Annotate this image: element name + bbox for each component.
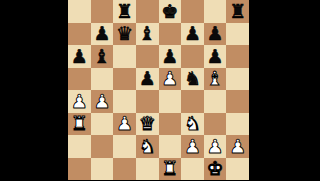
square-f1[interactable] xyxy=(181,158,204,181)
square-f7[interactable]: ♟ xyxy=(181,23,204,46)
square-e3[interactable] xyxy=(159,113,182,136)
square-b7[interactable]: ♟ xyxy=(91,23,114,46)
square-h5[interactable] xyxy=(226,68,249,91)
square-g1[interactable]: ♚ xyxy=(204,158,227,181)
piece-white-pawn-a4[interactable]: ♟ xyxy=(71,91,88,110)
square-h4[interactable] xyxy=(226,90,249,113)
square-h8[interactable]: ♜ xyxy=(226,0,249,23)
square-a1[interactable] xyxy=(68,158,91,181)
square-e4[interactable] xyxy=(159,90,182,113)
square-c7[interactable]: ♛ xyxy=(113,23,136,46)
square-b3[interactable] xyxy=(91,113,114,136)
square-f4[interactable] xyxy=(181,90,204,113)
square-h2[interactable]: ♟ xyxy=(226,135,249,158)
letterbox-left xyxy=(0,0,68,180)
square-e1[interactable]: ♜ xyxy=(159,158,182,181)
square-g7[interactable]: ♟ xyxy=(204,23,227,46)
square-g4[interactable] xyxy=(204,90,227,113)
square-f8[interactable] xyxy=(181,0,204,23)
square-e8[interactable]: ♚ xyxy=(159,0,182,23)
piece-white-rook-a3[interactable]: ♜ xyxy=(71,114,88,133)
square-a7[interactable] xyxy=(68,23,91,46)
square-g8[interactable] xyxy=(204,0,227,23)
square-g3[interactable] xyxy=(204,113,227,136)
square-g6[interactable]: ♟ xyxy=(204,45,227,68)
piece-black-king-e8[interactable]: ♚ xyxy=(161,1,178,20)
square-d1[interactable] xyxy=(136,158,159,181)
square-f2[interactable]: ♟ xyxy=(181,135,204,158)
square-c5[interactable] xyxy=(113,68,136,91)
piece-black-pawn-a6[interactable]: ♟ xyxy=(71,46,88,65)
piece-black-queen-c7[interactable]: ♛ xyxy=(116,24,133,43)
square-h1[interactable] xyxy=(226,158,249,181)
piece-white-pawn-g2[interactable]: ♟ xyxy=(207,136,224,155)
piece-white-king-g1[interactable]: ♚ xyxy=(207,159,224,178)
square-a6[interactable]: ♟ xyxy=(68,45,91,68)
piece-black-bishop-d7[interactable]: ♝ xyxy=(139,24,156,43)
piece-white-bishop-g5[interactable]: ♝ xyxy=(207,69,224,88)
piece-white-pawn-e5[interactable]: ♟ xyxy=(161,69,178,88)
piece-black-rook-h8[interactable]: ♜ xyxy=(229,1,246,20)
piece-white-knight-f3[interactable]: ♞ xyxy=(184,114,201,133)
square-a8[interactable] xyxy=(68,0,91,23)
square-e7[interactable] xyxy=(159,23,182,46)
square-a3[interactable]: ♜ xyxy=(68,113,91,136)
square-b5[interactable] xyxy=(91,68,114,91)
square-b8[interactable] xyxy=(91,0,114,23)
square-d8[interactable] xyxy=(136,0,159,23)
piece-white-knight-d2[interactable]: ♞ xyxy=(139,136,156,155)
piece-black-pawn-d5[interactable]: ♟ xyxy=(139,69,156,88)
square-e5[interactable]: ♟ xyxy=(159,68,182,91)
square-b2[interactable] xyxy=(91,135,114,158)
piece-white-pawn-b4[interactable]: ♟ xyxy=(93,91,110,110)
piece-black-pawn-g6[interactable]: ♟ xyxy=(207,46,224,65)
piece-white-pawn-h2[interactable]: ♟ xyxy=(229,136,246,155)
square-a4[interactable]: ♟ xyxy=(68,90,91,113)
square-c6[interactable] xyxy=(113,45,136,68)
square-d2[interactable]: ♞ xyxy=(136,135,159,158)
square-h7[interactable] xyxy=(226,23,249,46)
square-a5[interactable] xyxy=(68,68,91,91)
square-c8[interactable]: ♜ xyxy=(113,0,136,23)
square-h3[interactable] xyxy=(226,113,249,136)
square-h6[interactable] xyxy=(226,45,249,68)
piece-black-rook-c8[interactable]: ♜ xyxy=(116,1,133,20)
square-c4[interactable] xyxy=(113,90,136,113)
letterbox-right xyxy=(249,0,320,180)
square-b1[interactable] xyxy=(91,158,114,181)
piece-black-pawn-b7[interactable]: ♟ xyxy=(93,24,110,43)
piece-black-pawn-e6[interactable]: ♟ xyxy=(161,46,178,65)
square-d4[interactable] xyxy=(136,90,159,113)
square-d3[interactable]: ♛ xyxy=(136,113,159,136)
piece-white-pawn-c3[interactable]: ♟ xyxy=(116,114,133,133)
square-f3[interactable]: ♞ xyxy=(181,113,204,136)
piece-black-knight-f5[interactable]: ♞ xyxy=(184,69,201,88)
square-g5[interactable]: ♝ xyxy=(204,68,227,91)
square-f5[interactable]: ♞ xyxy=(181,68,204,91)
square-d7[interactable]: ♝ xyxy=(136,23,159,46)
piece-white-pawn-f2[interactable]: ♟ xyxy=(184,136,201,155)
square-d5[interactable]: ♟ xyxy=(136,68,159,91)
square-d6[interactable] xyxy=(136,45,159,68)
square-e2[interactable] xyxy=(159,135,182,158)
chess-board: ♜♚♜♟♛♝♟♟♟♝♟♟♟♟♞♝♟♟♜♟♛♞♞♟♟♟♜♚ xyxy=(68,0,249,180)
square-g2[interactable]: ♟ xyxy=(204,135,227,158)
square-e6[interactable]: ♟ xyxy=(159,45,182,68)
piece-black-pawn-g7[interactable]: ♟ xyxy=(207,24,224,43)
square-f6[interactable] xyxy=(181,45,204,68)
piece-white-queen-d3[interactable]: ♛ xyxy=(139,114,156,133)
square-c1[interactable] xyxy=(113,158,136,181)
chess-diagram: ♜♚♜♟♛♝♟♟♟♝♟♟♟♟♞♝♟♟♜♟♛♞♞♟♟♟♜♚ xyxy=(0,0,320,180)
piece-black-pawn-f7[interactable]: ♟ xyxy=(184,24,201,43)
piece-white-rook-e1[interactable]: ♜ xyxy=(161,159,178,178)
square-b6[interactable]: ♝ xyxy=(91,45,114,68)
square-c3[interactable]: ♟ xyxy=(113,113,136,136)
piece-black-bishop-b6[interactable]: ♝ xyxy=(93,46,110,65)
square-a2[interactable] xyxy=(68,135,91,158)
square-b4[interactable]: ♟ xyxy=(91,90,114,113)
square-c2[interactable] xyxy=(113,135,136,158)
